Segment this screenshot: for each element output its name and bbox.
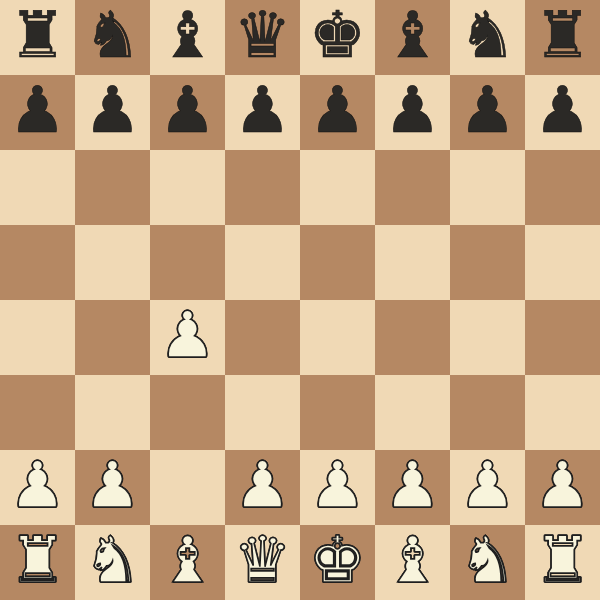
white-pawn-piece[interactable]: ♟ [459,450,516,523]
square-c3[interactable] [150,375,225,450]
square-g4[interactable] [450,300,525,375]
white-pawn-piece[interactable]: ♟ [384,450,441,523]
white-knight-piece[interactable]: ♞ [459,525,516,598]
square-f7[interactable]: ♟ [375,75,450,150]
white-pawn-piece[interactable]: ♟ [9,450,66,523]
square-f4[interactable] [375,300,450,375]
black-knight-piece[interactable]: ♞ [459,0,516,73]
white-bishop-piece[interactable]: ♝ [159,525,216,598]
square-g7[interactable]: ♟ [450,75,525,150]
square-b7[interactable]: ♟ [75,75,150,150]
square-d6[interactable] [225,150,300,225]
black-pawn-piece[interactable]: ♟ [534,75,591,148]
square-h2[interactable]: ♟ [525,450,600,525]
square-h5[interactable] [525,225,600,300]
square-d5[interactable] [225,225,300,300]
chess-board: ♜♞♝♛♚♝♞♜♟♟♟♟♟♟♟♟♟♟♟♟♟♟♟♟♜♞♝♛♚♝♞♜ [0,0,600,600]
square-a3[interactable] [0,375,75,450]
white-rook-piece[interactable]: ♜ [9,525,66,598]
square-d2[interactable]: ♟ [225,450,300,525]
square-a5[interactable] [0,225,75,300]
square-f6[interactable] [375,150,450,225]
white-king-piece[interactable]: ♚ [309,525,366,598]
square-b6[interactable] [75,150,150,225]
square-e2[interactable]: ♟ [300,450,375,525]
square-c7[interactable]: ♟ [150,75,225,150]
black-pawn-piece[interactable]: ♟ [84,75,141,148]
square-g2[interactable]: ♟ [450,450,525,525]
white-pawn-piece[interactable]: ♟ [534,450,591,523]
black-rook-piece[interactable]: ♜ [534,0,591,73]
square-h6[interactable] [525,150,600,225]
square-d1[interactable]: ♛ [225,525,300,600]
square-a7[interactable]: ♟ [0,75,75,150]
square-e7[interactable]: ♟ [300,75,375,150]
square-f2[interactable]: ♟ [375,450,450,525]
white-rook-piece[interactable]: ♜ [534,525,591,598]
square-g5[interactable] [450,225,525,300]
white-pawn-piece[interactable]: ♟ [159,300,216,373]
square-g8[interactable]: ♞ [450,0,525,75]
black-rook-piece[interactable]: ♜ [9,0,66,73]
square-h4[interactable] [525,300,600,375]
square-c5[interactable] [150,225,225,300]
square-a4[interactable] [0,300,75,375]
square-e6[interactable] [300,150,375,225]
square-g6[interactable] [450,150,525,225]
square-h7[interactable]: ♟ [525,75,600,150]
square-b5[interactable] [75,225,150,300]
square-h1[interactable]: ♜ [525,525,600,600]
square-f1[interactable]: ♝ [375,525,450,600]
white-bishop-piece[interactable]: ♝ [384,525,441,598]
square-b8[interactable]: ♞ [75,0,150,75]
square-b4[interactable] [75,300,150,375]
square-c1[interactable]: ♝ [150,525,225,600]
black-pawn-piece[interactable]: ♟ [159,75,216,148]
white-pawn-piece[interactable]: ♟ [309,450,366,523]
white-pawn-piece[interactable]: ♟ [234,450,291,523]
square-a2[interactable]: ♟ [0,450,75,525]
square-a8[interactable]: ♜ [0,0,75,75]
square-g1[interactable]: ♞ [450,525,525,600]
black-king-piece[interactable]: ♚ [309,0,366,73]
square-c6[interactable] [150,150,225,225]
square-d8[interactable]: ♛ [225,0,300,75]
square-b1[interactable]: ♞ [75,525,150,600]
square-d3[interactable] [225,375,300,450]
white-knight-piece[interactable]: ♞ [84,525,141,598]
square-e4[interactable] [300,300,375,375]
black-pawn-piece[interactable]: ♟ [384,75,441,148]
black-pawn-piece[interactable]: ♟ [9,75,66,148]
square-e3[interactable] [300,375,375,450]
black-pawn-piece[interactable]: ♟ [234,75,291,148]
black-pawn-piece[interactable]: ♟ [459,75,516,148]
white-pawn-piece[interactable]: ♟ [84,450,141,523]
black-queen-piece[interactable]: ♛ [234,0,291,73]
square-a1[interactable]: ♜ [0,525,75,600]
white-queen-piece[interactable]: ♛ [234,525,291,598]
square-f8[interactable]: ♝ [375,0,450,75]
square-c4[interactable]: ♟ [150,300,225,375]
square-f3[interactable] [375,375,450,450]
black-knight-piece[interactable]: ♞ [84,0,141,73]
square-d4[interactable] [225,300,300,375]
square-b2[interactable]: ♟ [75,450,150,525]
square-c2[interactable] [150,450,225,525]
square-f5[interactable] [375,225,450,300]
square-b3[interactable] [75,375,150,450]
black-pawn-piece[interactable]: ♟ [309,75,366,148]
square-d7[interactable]: ♟ [225,75,300,150]
square-e8[interactable]: ♚ [300,0,375,75]
square-h3[interactable] [525,375,600,450]
square-e1[interactable]: ♚ [300,525,375,600]
black-bishop-piece[interactable]: ♝ [384,0,441,73]
square-c8[interactable]: ♝ [150,0,225,75]
square-h8[interactable]: ♜ [525,0,600,75]
square-e5[interactable] [300,225,375,300]
black-bishop-piece[interactable]: ♝ [159,0,216,73]
square-a6[interactable] [0,150,75,225]
square-g3[interactable] [450,375,525,450]
